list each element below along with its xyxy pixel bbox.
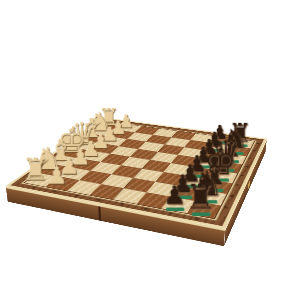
- felt-base: [166, 207, 184, 210]
- felt-base: [191, 212, 210, 215]
- square-e5[interactable]: [142, 160, 171, 172]
- black-rook-icon: ♜: [186, 180, 216, 214]
- chess-board: 12345678 abcdefgh ♜♟♟♜♞♟♟♞♝♟♟♝♛♟♟♛♚♟♟♚♝♟…: [6, 117, 267, 228]
- piece-black-pawn-h7[interactable]: ♟: [161, 183, 188, 211]
- black-pawn-icon: ♟: [163, 183, 186, 209]
- product-photo: 12345678 abcdefgh ♜♟♟♜♞♟♟♞♝♟♟♝♛♟♟♛♚♟♟♚♝♟…: [0, 0, 285, 285]
- clasp-icon: [248, 180, 250, 191]
- piece-white-pawn-h2[interactable]: ♟: [45, 165, 70, 189]
- square-c5[interactable]: [158, 144, 185, 155]
- file-label-a: a: [251, 142, 262, 150]
- white-pawn-icon: ♟: [46, 165, 67, 189]
- square-h8[interactable]: ♜: [187, 201, 220, 218]
- hinge-seam: [98, 206, 100, 221]
- piece-black-rook-h8[interactable]: ♜: [187, 180, 214, 216]
